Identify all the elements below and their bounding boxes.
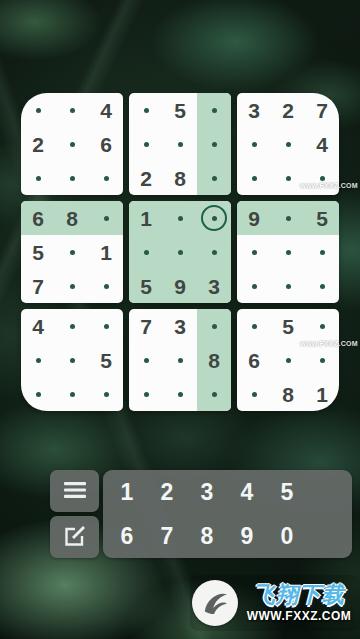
cell-r2c4[interactable] [129, 127, 163, 161]
cell-r2c5[interactable] [163, 127, 197, 161]
cell-r1c7[interactable]: 3 [237, 93, 271, 127]
watermark-side-bottom: www.FXXZ.COM [300, 340, 358, 347]
empty-cell-dot [286, 284, 291, 289]
given-digit: 8 [66, 208, 78, 229]
cell-r8c6[interactable]: 8 [197, 343, 231, 377]
cell-r6c8[interactable] [271, 269, 305, 303]
number-pad-row-1: 1 2 3 4 5 [107, 470, 352, 514]
cell-r1c8[interactable]: 2 [271, 93, 305, 127]
fxxz-banner-text: 飞翔下载 WWW.FXXZ.COM [238, 584, 360, 622]
cell-r2c7[interactable] [237, 127, 271, 161]
given-digit: 5 [32, 242, 44, 263]
empty-cell-dot [144, 358, 149, 363]
cell-r9c4[interactable] [129, 377, 163, 411]
given-digit: 5 [282, 316, 294, 337]
cell-r3c4[interactable]: 2 [129, 161, 163, 195]
cell-r4c8[interactable] [271, 201, 305, 235]
empty-cell-dot [104, 392, 109, 397]
given-digit: 2 [32, 134, 44, 155]
cell-r9c3[interactable] [89, 377, 123, 411]
empty-cell-dot [144, 250, 149, 255]
cell-r8c9[interactable] [305, 343, 339, 377]
given-digit: 5 [174, 100, 186, 121]
cell-r1c1[interactable] [21, 93, 55, 127]
cell-r3c5[interactable]: 8 [163, 161, 197, 195]
cell-r6c7[interactable] [237, 269, 271, 303]
empty-cell-dot [286, 358, 291, 363]
empty-cell-dot [70, 324, 75, 329]
cell-r1c4[interactable] [129, 93, 163, 127]
cell-r8c4[interactable] [129, 343, 163, 377]
cell-r6c6[interactable]: 3 [197, 269, 231, 303]
notes-button[interactable] [50, 516, 99, 558]
key-5[interactable]: 5 [267, 470, 307, 514]
cell-r7c5[interactable]: 3 [163, 309, 197, 343]
cell-r2c3[interactable]: 6 [89, 127, 123, 161]
cell-r3c6[interactable] [197, 161, 231, 195]
selected-cell-ring [201, 205, 227, 231]
cell-r9c5[interactable] [163, 377, 197, 411]
empty-cell-dot [178, 250, 183, 255]
cell-r7c1[interactable]: 4 [21, 309, 55, 343]
empty-cell-dot [70, 392, 75, 397]
empty-cell-dot [212, 392, 217, 397]
sudoku-board: 426528327468517159395457385681 [21, 93, 339, 411]
box-r3c2: 738 [129, 309, 231, 411]
empty-cell-dot [70, 142, 75, 147]
cell-r4c6[interactable] [197, 201, 231, 235]
box-r2c3: 95 [237, 201, 339, 303]
cell-r6c2[interactable] [55, 269, 89, 303]
cell-r3c7[interactable] [237, 161, 271, 195]
cell-r5c7[interactable] [237, 235, 271, 269]
banner-url: WWW.FXXZ.COM [238, 610, 360, 622]
number-pad: 1 2 3 4 5 6 7 8 9 0 [103, 470, 352, 558]
given-digit: 6 [32, 208, 44, 229]
watermark-side-top: www.FXXZ.COM [300, 182, 358, 189]
cell-r4c9[interactable]: 5 [305, 201, 339, 235]
empty-cell-dot [104, 284, 109, 289]
key-4[interactable]: 4 [227, 470, 267, 514]
empty-cell-dot [286, 250, 291, 255]
empty-cell-dot [36, 392, 41, 397]
cell-r2c8[interactable] [271, 127, 305, 161]
box-r1c3: 3274 [237, 93, 339, 195]
given-digit: 1 [316, 384, 328, 405]
cell-r3c2[interactable] [55, 161, 89, 195]
cell-r4c5[interactable] [163, 201, 197, 235]
box-r1c1: 426 [21, 93, 123, 195]
cell-r1c9[interactable]: 7 [305, 93, 339, 127]
given-digit: 2 [282, 100, 294, 121]
empty-cell-dot [36, 108, 41, 113]
empty-cell-dot [70, 284, 75, 289]
given-digit: 1 [140, 208, 152, 229]
empty-cell-dot [320, 324, 325, 329]
cell-r5c8[interactable] [271, 235, 305, 269]
menu-button[interactable] [50, 470, 99, 512]
cell-r9c8[interactable]: 8 [271, 377, 305, 411]
fxxz-watermark-banner: 飞翔下载 WWW.FXXZ.COM [190, 575, 360, 631]
empty-cell-dot [320, 358, 325, 363]
given-digit: 9 [248, 208, 260, 229]
cell-r9c2[interactable] [55, 377, 89, 411]
given-digit: 5 [140, 276, 152, 297]
hamburger-menu-icon [62, 480, 88, 503]
cell-r2c2[interactable] [55, 127, 89, 161]
cell-r6c4[interactable]: 5 [129, 269, 163, 303]
empty-cell-dot [212, 142, 217, 147]
given-digit: 3 [174, 316, 186, 337]
empty-cell-dot [70, 250, 75, 255]
cell-r1c2[interactable] [55, 93, 89, 127]
cell-r5c4[interactable] [129, 235, 163, 269]
empty-cell-dot [178, 392, 183, 397]
cell-r4c3[interactable] [89, 201, 123, 235]
given-digit: 5 [316, 208, 328, 229]
given-digit: 7 [140, 316, 152, 337]
cell-r5c9[interactable] [305, 235, 339, 269]
cell-r6c1[interactable]: 7 [21, 269, 55, 303]
cell-r2c9[interactable]: 4 [305, 127, 339, 161]
cell-r7c2[interactable] [55, 309, 89, 343]
key-1[interactable]: 1 [107, 470, 147, 514]
cell-r7c4[interactable]: 7 [129, 309, 163, 343]
cell-r8c7[interactable]: 6 [237, 343, 271, 377]
key-9[interactable]: 9 [227, 514, 267, 558]
given-digit: 5 [100, 350, 112, 371]
cell-r9c6[interactable] [197, 377, 231, 411]
cell-r7c8[interactable]: 5 [271, 309, 305, 343]
edit-pencil-icon [62, 523, 88, 552]
empty-cell-dot [252, 176, 257, 181]
empty-cell-dot [212, 108, 217, 113]
key-6[interactable]: 6 [107, 514, 147, 558]
banner-title: 飞翔下载 [238, 584, 360, 606]
empty-cell-dot [178, 358, 183, 363]
box-r2c2: 1593 [129, 201, 231, 303]
key-7[interactable]: 7 [147, 514, 187, 558]
given-digit: 3 [248, 100, 260, 121]
given-digit: 7 [32, 276, 44, 297]
number-pad-row-2: 6 7 8 9 0 [107, 514, 352, 558]
box-r1c2: 528 [129, 93, 231, 195]
empty-cell-dot [70, 176, 75, 181]
cell-r7c3[interactable] [89, 309, 123, 343]
empty-cell-dot [36, 358, 41, 363]
cell-r3c9[interactable] [305, 161, 339, 195]
given-digit: 8 [208, 350, 220, 371]
cell-r5c6[interactable] [197, 235, 231, 269]
given-digit: 6 [248, 350, 260, 371]
cell-r8c8[interactable] [271, 343, 305, 377]
empty-cell-dot [286, 142, 291, 147]
given-digit: 1 [100, 242, 112, 263]
cell-r1c6[interactable] [197, 93, 231, 127]
empty-cell-dot [104, 216, 109, 221]
cell-r6c5[interactable]: 9 [163, 269, 197, 303]
fxxz-bird-logo-icon [192, 580, 238, 626]
cell-r2c6[interactable] [197, 127, 231, 161]
given-digit: 6 [100, 134, 112, 155]
given-digit: 8 [282, 384, 294, 405]
given-digit: 7 [316, 100, 328, 121]
empty-cell-dot [212, 176, 217, 181]
given-digit: 3 [208, 276, 220, 297]
cell-r5c3[interactable]: 1 [89, 235, 123, 269]
empty-cell-dot [104, 324, 109, 329]
empty-cell-dot [144, 392, 149, 397]
cell-r5c5[interactable] [163, 235, 197, 269]
empty-cell-dot [252, 324, 257, 329]
cell-r7c6[interactable] [197, 309, 231, 343]
empty-cell-dot [320, 176, 325, 181]
empty-cell-dot [178, 142, 183, 147]
cell-r3c3[interactable] [89, 161, 123, 195]
cell-r5c1[interactable]: 5 [21, 235, 55, 269]
given-digit: 4 [316, 134, 328, 155]
given-digit: 9 [174, 276, 186, 297]
empty-cell-dot [286, 216, 291, 221]
cell-r3c8[interactable] [271, 161, 305, 195]
empty-cell-dot [320, 284, 325, 289]
cell-r8c1[interactable] [21, 343, 55, 377]
key-2[interactable]: 2 [147, 470, 187, 514]
empty-cell-dot [70, 358, 75, 363]
empty-cell-dot [144, 142, 149, 147]
empty-cell-dot [252, 284, 257, 289]
cell-r9c7[interactable] [237, 377, 271, 411]
cell-r4c4[interactable]: 1 [129, 201, 163, 235]
box-r3c3: 5681 [237, 309, 339, 411]
cell-r8c2[interactable] [55, 343, 89, 377]
cell-r7c9[interactable] [305, 309, 339, 343]
cell-r8c5[interactable] [163, 343, 197, 377]
given-digit: 2 [140, 168, 152, 189]
cell-r3c1[interactable] [21, 161, 55, 195]
empty-cell-dot [36, 176, 41, 181]
empty-cell-dot [320, 250, 325, 255]
given-digit: 4 [100, 100, 112, 121]
cell-r9c9[interactable]: 1 [305, 377, 339, 411]
empty-cell-dot [212, 250, 217, 255]
empty-cell-dot [144, 108, 149, 113]
empty-cell-dot [178, 216, 183, 221]
cell-r5c2[interactable] [55, 235, 89, 269]
key-0[interactable]: 0 [267, 514, 307, 558]
empty-cell-dot [252, 392, 257, 397]
sudoku-app-screen: 426528327468517159395457385681 www.FXXZ.… [0, 0, 360, 639]
cell-r6c9[interactable] [305, 269, 339, 303]
cell-r9c1[interactable] [21, 377, 55, 411]
cell-r4c7[interactable]: 9 [237, 201, 271, 235]
key-3[interactable]: 3 [187, 470, 227, 514]
cell-r6c3[interactable] [89, 269, 123, 303]
empty-cell-dot [212, 324, 217, 329]
empty-cell-dot [70, 108, 75, 113]
given-digit: 8 [174, 168, 186, 189]
key-8[interactable]: 8 [187, 514, 227, 558]
empty-cell-dot [252, 142, 257, 147]
given-digit: 4 [32, 316, 44, 337]
box-r3c1: 45 [21, 309, 123, 411]
box-r2c1: 68517 [21, 201, 123, 303]
cell-r8c3[interactable]: 5 [89, 343, 123, 377]
cell-r7c7[interactable] [237, 309, 271, 343]
cell-r1c5[interactable]: 5 [163, 93, 197, 127]
empty-cell-dot [252, 250, 257, 255]
cell-r2c1[interactable]: 2 [21, 127, 55, 161]
cell-r4c1[interactable]: 6 [21, 201, 55, 235]
cell-r4c2[interactable]: 8 [55, 201, 89, 235]
empty-cell-dot [104, 176, 109, 181]
empty-cell-dot [286, 176, 291, 181]
cell-r1c3[interactable]: 4 [89, 93, 123, 127]
